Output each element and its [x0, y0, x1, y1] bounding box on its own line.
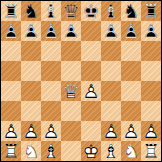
- piece-black-pawn: ♟♙: [101, 21, 121, 41]
- piece-outline-glyph: ♗: [41, 1, 61, 21]
- square-g8[interactable]: ♞♘: [121, 1, 141, 21]
- piece-outline-glyph: ♙: [121, 21, 141, 41]
- square-e2[interactable]: [81, 121, 101, 141]
- piece-white-knight: ♞♘: [21, 141, 41, 161]
- piece-outline-glyph: ♙: [41, 121, 61, 141]
- square-f4[interactable]: [101, 81, 121, 101]
- piece-white-pawn: ♟♙: [21, 121, 41, 141]
- square-b4[interactable]: [21, 81, 41, 101]
- square-e6[interactable]: [81, 41, 101, 61]
- square-a1[interactable]: ♜♖: [1, 141, 21, 161]
- piece-outline-glyph: ♘: [121, 141, 141, 161]
- piece-outline-glyph: ♙: [121, 121, 141, 141]
- piece-outline-glyph: ♘: [21, 141, 41, 161]
- square-b3[interactable]: [21, 101, 41, 121]
- square-c8[interactable]: ♝♗: [41, 1, 61, 21]
- piece-black-rook: ♜♖: [141, 1, 161, 21]
- piece-outline-glyph: ♕: [61, 1, 81, 21]
- piece-outline-glyph: ♙: [21, 121, 41, 141]
- piece-black-pawn: ♟♙: [41, 21, 61, 41]
- piece-black-queen: ♛♕: [61, 1, 81, 21]
- piece-white-king: ♚♔: [81, 141, 101, 161]
- piece-black-pawn: ♟♙: [1, 21, 21, 41]
- square-f7[interactable]: ♟♙: [101, 21, 121, 41]
- square-f5[interactable]: [101, 61, 121, 81]
- square-g2[interactable]: ♟♙: [121, 121, 141, 141]
- square-c5[interactable]: [41, 61, 61, 81]
- piece-outline-glyph: ♖: [1, 1, 21, 21]
- piece-outline-glyph: ♘: [121, 1, 141, 21]
- square-f1[interactable]: ♝♗: [101, 141, 121, 161]
- piece-black-knight: ♞♘: [121, 1, 141, 21]
- piece-outline-glyph: ♔: [81, 141, 101, 161]
- square-e8[interactable]: ♚♔: [81, 1, 101, 21]
- square-e1[interactable]: ♚♔: [81, 141, 101, 161]
- piece-outline-glyph: ♙: [61, 21, 81, 41]
- square-h8[interactable]: ♜♖: [141, 1, 161, 21]
- piece-outline-glyph: ♘: [21, 1, 41, 21]
- square-e5[interactable]: [81, 61, 101, 81]
- piece-outline-glyph: ♖: [141, 141, 161, 161]
- piece-black-pawn: ♟♙: [61, 21, 81, 41]
- piece-black-rook: ♜♖: [1, 1, 21, 21]
- piece-outline-glyph: ♙: [141, 21, 161, 41]
- square-f6[interactable]: [101, 41, 121, 61]
- square-a2[interactable]: ♟♙: [1, 121, 21, 141]
- square-a6[interactable]: [1, 41, 21, 61]
- square-e3[interactable]: [81, 101, 101, 121]
- piece-white-knight: ♞♘: [121, 141, 141, 161]
- piece-outline-glyph: ♖: [141, 1, 161, 21]
- square-c3[interactable]: [41, 101, 61, 121]
- piece-outline-glyph: ♗: [101, 141, 121, 161]
- square-f3[interactable]: [101, 101, 121, 121]
- square-g1[interactable]: ♞♘: [121, 141, 141, 161]
- square-h1[interactable]: ♜♖: [141, 141, 161, 161]
- piece-white-queen: ♛♕: [61, 81, 81, 101]
- square-e4[interactable]: ♟♙: [81, 81, 101, 101]
- piece-white-pawn: ♟♙: [1, 121, 21, 141]
- square-b6[interactable]: [21, 41, 41, 61]
- square-b5[interactable]: [21, 61, 41, 81]
- square-c7[interactable]: ♟♙: [41, 21, 61, 41]
- square-c6[interactable]: [41, 41, 61, 61]
- square-d7[interactable]: ♟♙: [61, 21, 81, 41]
- chess-board: ♜♖♞♘♝♗♛♕♚♔♝♗♞♘♜♖♟♙♟♙♟♙♟♙♟♙♟♙♟♙♛♕♟♙♟♙♟♙♟♙…: [0, 0, 162, 162]
- square-a4[interactable]: [1, 81, 21, 101]
- square-h5[interactable]: [141, 61, 161, 81]
- square-d3[interactable]: [61, 101, 81, 121]
- square-d6[interactable]: [61, 41, 81, 61]
- piece-black-pawn: ♟♙: [21, 21, 41, 41]
- piece-white-rook: ♜♖: [1, 141, 21, 161]
- square-b8[interactable]: ♞♘: [21, 1, 41, 21]
- square-b7[interactable]: ♟♙: [21, 21, 41, 41]
- piece-outline-glyph: ♙: [21, 21, 41, 41]
- square-a8[interactable]: ♜♖: [1, 1, 21, 21]
- square-b2[interactable]: ♟♙: [21, 121, 41, 141]
- square-d4[interactable]: ♛♕: [61, 81, 81, 101]
- piece-outline-glyph: ♙: [101, 21, 121, 41]
- square-g5[interactable]: [121, 61, 141, 81]
- piece-black-knight: ♞♘: [21, 1, 41, 21]
- piece-outline-glyph: ♗: [101, 1, 121, 21]
- piece-black-king: ♚♔: [81, 1, 101, 21]
- piece-white-pawn: ♟♙: [41, 121, 61, 141]
- square-g6[interactable]: [121, 41, 141, 61]
- piece-outline-glyph: ♔: [81, 1, 101, 21]
- piece-white-bishop: ♝♗: [41, 141, 61, 161]
- piece-black-bishop: ♝♗: [101, 1, 121, 21]
- piece-outline-glyph: ♖: [1, 141, 21, 161]
- piece-outline-glyph: ♙: [141, 121, 161, 141]
- square-a7[interactable]: ♟♙: [1, 21, 21, 41]
- piece-black-pawn: ♟♙: [121, 21, 141, 41]
- square-g3[interactable]: [121, 101, 141, 121]
- square-f2[interactable]: ♟♙: [101, 121, 121, 141]
- piece-outline-glyph: ♕: [61, 81, 81, 101]
- square-a5[interactable]: [1, 61, 21, 81]
- square-d8[interactable]: ♛♕: [61, 1, 81, 21]
- square-d1[interactable]: [61, 141, 81, 161]
- piece-white-pawn: ♟♙: [141, 121, 161, 141]
- square-h6[interactable]: [141, 41, 161, 61]
- square-b1[interactable]: ♞♘: [21, 141, 41, 161]
- square-h2[interactable]: ♟♙: [141, 121, 161, 141]
- square-c1[interactable]: ♝♗: [41, 141, 61, 161]
- piece-outline-glyph: ♙: [41, 21, 61, 41]
- square-h4[interactable]: [141, 81, 161, 101]
- square-g4[interactable]: [121, 81, 141, 101]
- piece-black-bishop: ♝♗: [41, 1, 61, 21]
- piece-outline-glyph: ♗: [41, 141, 61, 161]
- piece-outline-glyph: ♙: [81, 81, 101, 101]
- piece-black-pawn: ♟♙: [141, 21, 161, 41]
- square-d5[interactable]: [61, 61, 81, 81]
- piece-outline-glyph: ♙: [1, 121, 21, 141]
- piece-white-bishop: ♝♗: [101, 141, 121, 161]
- square-a3[interactable]: [1, 101, 21, 121]
- piece-white-pawn: ♟♙: [81, 81, 101, 101]
- square-e7[interactable]: [81, 21, 101, 41]
- square-c2[interactable]: ♟♙: [41, 121, 61, 141]
- piece-white-pawn: ♟♙: [121, 121, 141, 141]
- square-h3[interactable]: [141, 101, 161, 121]
- square-h7[interactable]: ♟♙: [141, 21, 161, 41]
- square-c4[interactable]: [41, 81, 61, 101]
- square-g7[interactable]: ♟♙: [121, 21, 141, 41]
- piece-outline-glyph: ♙: [1, 21, 21, 41]
- square-f8[interactable]: ♝♗: [101, 1, 121, 21]
- piece-outline-glyph: ♙: [101, 121, 121, 141]
- piece-white-pawn: ♟♙: [101, 121, 121, 141]
- piece-white-rook: ♜♖: [141, 141, 161, 161]
- square-d2[interactable]: [61, 121, 81, 141]
